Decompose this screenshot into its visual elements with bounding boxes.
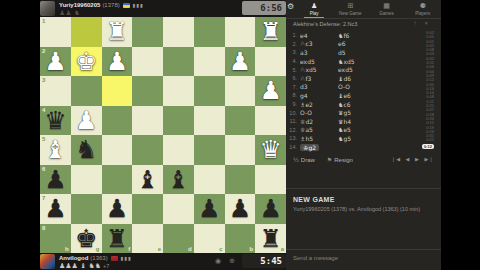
square-d7[interactable] <box>163 194 194 224</box>
piece-black-pawn[interactable]: ♟ <box>255 194 286 224</box>
draw-button[interactable]: ½Draw <box>293 156 315 163</box>
tab-games[interactable]: ▦Games <box>369 0 405 18</box>
move-row-6: 6.♘f3♝d60:090:12 <box>286 74 438 83</box>
move-row-12: 12.♕a5♞e50:190:26 <box>286 126 438 135</box>
square-e7[interactable] <box>132 194 163 224</box>
square-g2[interactable]: ♚ <box>71 47 102 77</box>
top-badge-marks: ▮▮▮ <box>133 1 144 9</box>
piece-black-pawn[interactable]: ♟ <box>40 194 71 224</box>
square-d3[interactable] <box>163 76 194 106</box>
square-g5[interactable]: ♞ <box>71 135 102 165</box>
tab-play[interactable]: ♟Play <box>296 0 332 18</box>
move-nav-arrows[interactable]: |◀ ◀ ▶ ▶| <box>392 156 434 162</box>
white-move[interactable]: a3 <box>300 49 338 56</box>
new-game-title[interactable]: NEW GAME <box>293 196 335 203</box>
white-move[interactable]: ♔g2 <box>300 144 319 151</box>
piece-black-pawn[interactable]: ♟ <box>102 194 133 224</box>
piece-white-pawn[interactable]: ♟ <box>255 76 286 106</box>
top-player-clock: 6:56 <box>242 1 286 15</box>
square-e8[interactable]: e <box>132 224 163 254</box>
move-number: 3. <box>286 49 300 55</box>
square-e6[interactable]: ♝ <box>132 165 163 195</box>
piece-white-pawn[interactable]: ♟ <box>40 47 71 77</box>
resign-flag-icon: ⚑ <box>327 156 332 163</box>
file-label-b: b <box>250 246 254 252</box>
square-c2[interactable] <box>194 47 225 77</box>
square-f2[interactable]: ♟ <box>102 47 133 77</box>
bottom-captured-glyphs: ♟♟♟ ♝ ♞♞ <box>59 262 101 270</box>
tab-new-game[interactable]: ⊞New Game <box>332 0 368 18</box>
top-player-avatar[interactable] <box>40 1 55 16</box>
white-move[interactable]: ♗h5 <box>300 135 338 142</box>
bottom-player-rating: (1363) <box>90 255 107 261</box>
ukraine-flag-icon <box>123 3 130 8</box>
move-list: 1.e4♞f60:020:012.♘c3e60:010:053.a3d50:08… <box>286 31 438 151</box>
move-row-11: 11.♕d2♛h40:240:15 <box>286 117 438 126</box>
white-move[interactable]: d3 <box>300 83 338 90</box>
square-f5[interactable] <box>102 135 133 165</box>
square-e1[interactable] <box>132 17 163 47</box>
black-move[interactable]: ♝e6 <box>338 92 376 99</box>
divider <box>286 188 441 189</box>
tab-label: Players <box>405 11 441 16</box>
square-f4[interactable] <box>102 106 133 136</box>
red-flag-icon <box>111 256 118 261</box>
square-h1[interactable]: 1 <box>40 17 71 47</box>
square-g7[interactable] <box>71 194 102 224</box>
black-move[interactable]: ♛h4 <box>338 118 376 125</box>
move-row-7: 7.d3O-O0:050:16 <box>286 83 438 92</box>
black-move[interactable]: ♝d6 <box>338 75 376 82</box>
white-move[interactable]: O-O <box>300 109 338 116</box>
move-number: 11. <box>286 118 300 124</box>
black-move[interactable]: O-O <box>338 83 376 90</box>
square-f1[interactable]: ♜ <box>102 17 133 47</box>
top-player-name-row: Yuriy19960205(1378)▮▮▮ <box>59 1 144 9</box>
square-c3[interactable] <box>194 76 225 106</box>
piece-white-rook[interactable]: ♜ <box>255 17 286 47</box>
square-d5[interactable] <box>163 135 194 165</box>
square-c4[interactable] <box>194 106 225 136</box>
half-point-icon: ½ <box>293 156 299 163</box>
white-move[interactable]: ♘c3 <box>300 40 338 47</box>
white-move[interactable]: exd5 <box>300 58 338 65</box>
black-move[interactable]: d5 <box>338 49 376 56</box>
square-b8[interactable]: b <box>225 224 256 254</box>
file-label-e: e <box>158 246 161 252</box>
piece-black-pawn[interactable]: ♟ <box>40 165 71 195</box>
square-g6[interactable] <box>71 165 102 195</box>
resign-label: Resign <box>334 157 353 163</box>
square-b3[interactable] <box>225 76 256 106</box>
move-number: 9. <box>286 101 300 107</box>
square-d8[interactable]: d <box>163 224 194 254</box>
bottom-player-name[interactable]: Anvilogod <box>59 255 88 261</box>
square-a3[interactable]: ♟ <box>255 76 286 106</box>
white-move[interactable]: e4 <box>300 32 338 39</box>
square-h2[interactable]: 2♟ <box>40 47 71 77</box>
white-move[interactable]: ♕d2 <box>300 118 338 125</box>
black-move[interactable]: exd5 <box>338 66 376 73</box>
square-c6[interactable] <box>194 165 225 195</box>
white-move[interactable]: ♘xd5 <box>300 66 338 73</box>
square-e3[interactable] <box>132 76 163 106</box>
move-number: 13. <box>286 135 300 141</box>
piece-black-knight[interactable]: ♞ <box>71 135 102 165</box>
top-player-name[interactable]: Yuriy19960205 <box>59 2 100 8</box>
black-move[interactable]: ♞e5 <box>338 126 376 133</box>
clock-settings-icons[interactable]: ◉ ⊕ <box>215 257 238 265</box>
square-g8[interactable]: g♚ <box>71 224 102 254</box>
black-move[interactable]: ♞xd5 <box>338 58 376 65</box>
square-a6[interactable] <box>255 165 286 195</box>
move-row-4: 4.exd5♞xd50:020:11 <box>286 57 438 66</box>
piece-black-bishop[interactable]: ♝ <box>163 165 194 195</box>
piece-white-queen[interactable]: ♛ <box>255 135 286 165</box>
opening-row-icons[interactable]: ↑ × <box>414 20 431 26</box>
rank-label-8: 8 <box>42 225 45 231</box>
bottom-player-avatar[interactable] <box>40 254 55 269</box>
move-row-3: 3.a3d50:080:03 <box>286 48 438 57</box>
square-c8[interactable]: c <box>194 224 225 254</box>
square-d1[interactable] <box>163 17 194 47</box>
black-move[interactable]: ♞c6 <box>338 101 376 108</box>
move-number: 1. <box>286 32 300 38</box>
square-h7[interactable]: 7♟ <box>40 194 71 224</box>
rank-label-1: 1 <box>42 18 45 24</box>
square-d2[interactable] <box>163 47 194 77</box>
pawn-icon: ♟ <box>296 2 332 10</box>
app-window: Yuriy19960205(1378)▮▮▮ ♟♟ ♞ 6:56 1♜♜2♟♚♟… <box>0 0 480 270</box>
move-number: 12. <box>286 127 300 133</box>
piece-white-rook[interactable]: ♜ <box>102 17 133 47</box>
panel-tabs: ♟Play⊞New Game▦Games⚈Players <box>296 0 441 18</box>
material-advantage: +7 <box>103 263 109 269</box>
chess-board[interactable]: 1♜♜2♟♚♟♟3♟4♛♟5♝♞♛6♟♝♝7♟♟♟♟♟8hg♚f♜edcba♜ <box>40 17 286 253</box>
move-row-8: 8.g4♝e60:140:08 <box>286 91 438 100</box>
square-h3[interactable]: 3 <box>40 76 71 106</box>
file-label-c: c <box>219 246 222 252</box>
piece-white-king[interactable]: ♚ <box>71 47 102 77</box>
move-row-9: 9.♗e2♞c60:110:21 <box>286 100 438 109</box>
piece-white-pawn[interactable]: ♟ <box>71 106 102 136</box>
square-e5[interactable] <box>132 135 163 165</box>
move-times: 0:12 <box>422 145 434 149</box>
bottom-badge-marks: ▮▮▮ <box>121 254 132 262</box>
players-icon: ⚈ <box>405 2 441 10</box>
top-captured-pieces: ♟♟ ♞ <box>59 9 80 17</box>
piece-black-rook[interactable]: ♜ <box>102 224 133 254</box>
piece-black-rook[interactable]: ♜ <box>255 224 286 254</box>
grid-icon: ▦ <box>369 2 405 10</box>
piece-white-pawn[interactable]: ♟ <box>225 47 256 77</box>
move-number: 5. <box>286 67 300 73</box>
white-move[interactable]: g4 <box>300 92 338 99</box>
bottom-captured-pieces: ♟♟♟ ♝ ♞♞+7 <box>59 262 109 270</box>
black-move[interactable]: e6 <box>338 40 376 47</box>
black-move[interactable]: ♞f6 <box>338 32 376 39</box>
white-move[interactable]: ♘f3 <box>300 75 338 82</box>
square-d6[interactable]: ♝ <box>163 165 194 195</box>
square-g1[interactable] <box>71 17 102 47</box>
new-game-players-line: Yuriy19960205 (1378) vs. Anvilogod (1363… <box>293 206 433 213</box>
move-row-5: 5.♘xd5exd50:060:04 <box>286 65 438 74</box>
file-label-h: h <box>65 246 69 252</box>
square-h6[interactable]: 6♟ <box>40 165 71 195</box>
move-row-14: 14.♔g20:12 <box>286 143 438 152</box>
move-row-2: 2.♘c3e60:010:05 <box>286 40 438 49</box>
square-a5[interactable]: ♛ <box>255 135 286 165</box>
resign-button[interactable]: ⚑Resign <box>327 156 353 163</box>
side-panel: ⚙ ♟Play⊞New Game▦Games⚈Players Alekhine'… <box>286 0 441 270</box>
square-b4[interactable] <box>225 106 256 136</box>
square-a7[interactable]: ♟ <box>255 194 286 224</box>
square-b1[interactable] <box>225 17 256 47</box>
square-f8[interactable]: f♜ <box>102 224 133 254</box>
black-move[interactable]: ♞g5 <box>338 135 376 142</box>
piece-black-pawn[interactable]: ♟ <box>225 194 256 224</box>
move-number: 2. <box>286 41 300 47</box>
file-label-d: d <box>188 246 192 252</box>
tab-label: Games <box>369 11 405 16</box>
piece-black-king[interactable]: ♚ <box>71 224 102 254</box>
square-c5[interactable] <box>194 135 225 165</box>
square-d4[interactable] <box>163 106 194 136</box>
divider <box>286 18 441 19</box>
square-f3[interactable] <box>102 76 133 106</box>
rank-label-3: 3 <box>42 77 45 83</box>
piece-black-pawn[interactable]: ♟ <box>194 194 225 224</box>
square-b7[interactable]: ♟ <box>225 194 256 224</box>
board-icon: ⊞ <box>332 2 368 10</box>
black-move[interactable]: ♛g5 <box>338 109 376 116</box>
bottom-player-bar: Anvilogod(1363)▮▮▮ ♟♟♟ ♝ ♞♞+7 ◉ ⊕ 5:45 <box>40 253 286 270</box>
square-b5[interactable] <box>225 135 256 165</box>
square-a2[interactable] <box>255 47 286 77</box>
piece-white-bishop[interactable]: ♝ <box>40 135 71 165</box>
white-move[interactable]: ♕a5 <box>300 126 338 133</box>
piece-black-queen[interactable]: ♛ <box>40 106 71 136</box>
divider <box>286 249 441 250</box>
chat-input[interactable]: Send a message <box>293 255 434 261</box>
move-number: 4. <box>286 58 300 64</box>
square-e2[interactable] <box>132 47 163 77</box>
move-number: 10. <box>286 110 300 116</box>
square-a1[interactable]: ♜ <box>255 17 286 47</box>
move-row-1: 1.e4♞f60:020:01 <box>286 31 438 40</box>
square-g4[interactable]: ♟ <box>71 106 102 136</box>
square-f7[interactable]: ♟ <box>102 194 133 224</box>
tab-label: Play <box>296 11 332 16</box>
square-b6[interactable] <box>225 165 256 195</box>
move-number: 6. <box>286 75 300 81</box>
top-player-bar: Yuriy19960205(1378)▮▮▮ ♟♟ ♞ 6:56 <box>40 0 286 17</box>
bottom-player-name-row: Anvilogod(1363)▮▮▮ <box>59 254 132 262</box>
move-number: 7. <box>286 84 300 90</box>
square-b2[interactable]: ♟ <box>225 47 256 77</box>
move-times: 0:310:22 <box>426 134 434 142</box>
move-number: 8. <box>286 92 300 98</box>
square-h4[interactable]: 4♛ <box>40 106 71 136</box>
gear-icon[interactable]: ⚙ <box>287 2 294 11</box>
square-c7[interactable]: ♟ <box>194 194 225 224</box>
square-g3[interactable] <box>71 76 102 106</box>
tab-players[interactable]: ⚈Players <box>405 0 441 18</box>
square-f6[interactable] <box>102 165 133 195</box>
piece-white-pawn[interactable]: ♟ <box>102 47 133 77</box>
square-h8[interactable]: 8h <box>40 224 71 254</box>
square-a4[interactable] <box>255 106 286 136</box>
top-player-rating: (1378) <box>102 2 119 8</box>
tab-label: New Game <box>332 11 368 16</box>
bottom-player-clock: 5:45 <box>242 254 286 268</box>
draw-label: Draw <box>301 157 315 163</box>
square-a8[interactable]: a♜ <box>255 224 286 254</box>
piece-black-bishop[interactable]: ♝ <box>132 165 163 195</box>
game-action-row: ½Draw ⚑Resign |◀ ◀ ▶ ▶| <box>293 153 434 165</box>
white-move[interactable]: ♗e2 <box>300 101 338 108</box>
move-number: 14. <box>286 144 300 150</box>
move-row-13: 13.♗h5♞g50:310:22 <box>286 134 438 143</box>
move-row-10: 10.O-O♛g50:070:18 <box>286 108 438 117</box>
square-h5[interactable]: 5♝ <box>40 135 71 165</box>
square-e4[interactable] <box>132 106 163 136</box>
square-c1[interactable] <box>194 17 225 47</box>
